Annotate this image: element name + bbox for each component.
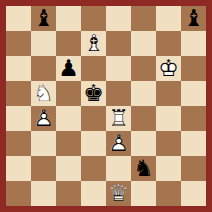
square-f5[interactable] <box>131 81 156 106</box>
square-e3[interactable]: ♟♙ <box>106 131 131 156</box>
square-a8[interactable] <box>6 6 31 31</box>
chess-board: ♝♝♝♗♟♚♔♞♘♚♟♙♜♖♟♙♞♛♕ <box>0 0 212 212</box>
black-king-piece: ♚ <box>81 81 106 106</box>
square-c6[interactable]: ♟ <box>56 56 81 81</box>
square-f3[interactable] <box>131 131 156 156</box>
square-e6[interactable] <box>106 56 131 81</box>
square-h7[interactable] <box>181 31 206 56</box>
square-b5[interactable]: ♞♘ <box>31 81 56 106</box>
square-c8[interactable] <box>56 6 81 31</box>
square-d2[interactable] <box>81 156 106 181</box>
square-e2[interactable] <box>106 156 131 181</box>
square-d1[interactable] <box>81 181 106 206</box>
square-c3[interactable] <box>56 131 81 156</box>
square-d6[interactable] <box>81 56 106 81</box>
square-f1[interactable] <box>131 181 156 206</box>
square-d7[interactable]: ♝♗ <box>81 31 106 56</box>
square-e7[interactable] <box>106 31 131 56</box>
black-pawn-piece: ♟ <box>56 56 81 81</box>
square-c2[interactable] <box>56 156 81 181</box>
white-queen-piece: ♛♕ <box>106 181 131 206</box>
square-e1[interactable]: ♛♕ <box>106 181 131 206</box>
square-a1[interactable] <box>6 181 31 206</box>
square-g4[interactable] <box>156 106 181 131</box>
square-h2[interactable] <box>181 156 206 181</box>
square-a5[interactable] <box>6 81 31 106</box>
square-b4[interactable]: ♟♙ <box>31 106 56 131</box>
black-bishop-piece: ♝ <box>181 6 206 31</box>
white-pawn-piece: ♟♙ <box>31 106 56 131</box>
black-bishop-piece: ♝ <box>31 6 56 31</box>
square-d5[interactable]: ♚ <box>81 81 106 106</box>
square-h1[interactable] <box>181 181 206 206</box>
white-pawn-piece: ♟♙ <box>106 131 131 156</box>
white-bishop-piece: ♝♗ <box>81 31 106 56</box>
square-f8[interactable] <box>131 6 156 31</box>
chess-board-grid: ♝♝♝♗♟♚♔♞♘♚♟♙♜♖♟♙♞♛♕ <box>6 6 206 206</box>
square-e4[interactable]: ♜♖ <box>106 106 131 131</box>
square-h4[interactable] <box>181 106 206 131</box>
square-c4[interactable] <box>56 106 81 131</box>
square-g7[interactable] <box>156 31 181 56</box>
square-h6[interactable] <box>181 56 206 81</box>
square-h8[interactable]: ♝ <box>181 6 206 31</box>
square-c5[interactable] <box>56 81 81 106</box>
white-rook-piece: ♜♖ <box>106 106 131 131</box>
square-f2[interactable]: ♞ <box>131 156 156 181</box>
square-f4[interactable] <box>131 106 156 131</box>
square-g1[interactable] <box>156 181 181 206</box>
square-g6[interactable]: ♚♔ <box>156 56 181 81</box>
square-f7[interactable] <box>131 31 156 56</box>
square-c7[interactable] <box>56 31 81 56</box>
square-d4[interactable] <box>81 106 106 131</box>
square-h5[interactable] <box>181 81 206 106</box>
square-a7[interactable] <box>6 31 31 56</box>
square-b7[interactable] <box>31 31 56 56</box>
square-e8[interactable] <box>106 6 131 31</box>
square-a6[interactable] <box>6 56 31 81</box>
square-e5[interactable] <box>106 81 131 106</box>
square-a2[interactable] <box>6 156 31 181</box>
square-h3[interactable] <box>181 131 206 156</box>
square-g8[interactable] <box>156 6 181 31</box>
square-b1[interactable] <box>31 181 56 206</box>
square-d8[interactable] <box>81 6 106 31</box>
square-g3[interactable] <box>156 131 181 156</box>
white-knight-piece: ♞♘ <box>31 81 56 106</box>
white-king-piece: ♚♔ <box>156 56 181 81</box>
square-c1[interactable] <box>56 181 81 206</box>
square-b3[interactable] <box>31 131 56 156</box>
square-a3[interactable] <box>6 131 31 156</box>
square-b6[interactable] <box>31 56 56 81</box>
black-knight-piece: ♞ <box>131 156 156 181</box>
square-f6[interactable] <box>131 56 156 81</box>
square-d3[interactable] <box>81 131 106 156</box>
square-b2[interactable] <box>31 156 56 181</box>
square-g5[interactable] <box>156 81 181 106</box>
square-g2[interactable] <box>156 156 181 181</box>
square-a4[interactable] <box>6 106 31 131</box>
square-b8[interactable]: ♝ <box>31 6 56 31</box>
